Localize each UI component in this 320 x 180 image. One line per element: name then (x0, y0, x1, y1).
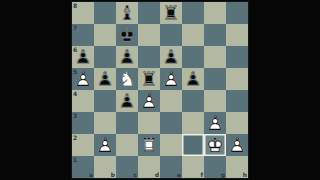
square-b7[interactable] (94, 24, 116, 46)
piece-white-pawn-e5[interactable]: ♟♙ (160, 68, 182, 90)
square-g8[interactable] (204, 2, 226, 24)
square-d1[interactable]: d (138, 156, 160, 178)
square-b3[interactable] (94, 112, 116, 134)
square-f7[interactable] (182, 24, 204, 46)
square-f5[interactable]: ♟♙ (182, 68, 204, 90)
piece-black-rook-e8[interactable]: ♜♖ (160, 2, 182, 24)
square-a3[interactable]: 3 (72, 112, 94, 134)
piece-black-pawn-f5[interactable]: ♟♙ (182, 68, 204, 90)
white-king-outline-icon: ♔ (204, 134, 226, 156)
square-b6[interactable] (94, 46, 116, 68)
piece-black-rook-d5[interactable]: ♜♖ (138, 68, 160, 90)
square-g1[interactable]: g (204, 156, 226, 178)
square-h2[interactable]: ♟♙ (226, 134, 248, 156)
file-label-b: b (111, 171, 115, 178)
black-king-outline-icon: ♔ (116, 24, 138, 46)
square-d4[interactable]: ♟♙ (138, 90, 160, 112)
file-label-e: e (177, 171, 181, 178)
square-g5[interactable] (204, 68, 226, 90)
white-knight-outline-icon: ♘ (116, 68, 138, 90)
piece-white-pawn-a5[interactable]: ♟♙ (72, 68, 94, 90)
square-e2[interactable] (160, 134, 182, 156)
square-f8[interactable] (182, 2, 204, 24)
piece-black-pawn-b5[interactable]: ♟♙ (94, 68, 116, 90)
square-f3[interactable] (182, 112, 204, 134)
piece-white-pawn-d4[interactable]: ♟♙ (138, 90, 160, 112)
black-pawn-outline-icon: ♙ (160, 46, 182, 68)
square-f4[interactable] (182, 90, 204, 112)
square-d2[interactable]: ♜♖ (138, 134, 160, 156)
square-d3[interactable] (138, 112, 160, 134)
square-e4[interactable] (160, 90, 182, 112)
square-a6[interactable]: 6♟♙ (72, 46, 94, 68)
square-c5[interactable]: ♞♘ (116, 68, 138, 90)
piece-black-pawn-c4[interactable]: ♟♙ (116, 90, 138, 112)
square-h1[interactable]: h (226, 156, 248, 178)
white-pawn-outline-icon: ♙ (204, 112, 226, 134)
black-rook-outline-icon: ♖ (160, 2, 182, 24)
piece-white-king-g2[interactable]: ♚♔ (204, 134, 226, 156)
square-g6[interactable] (204, 46, 226, 68)
square-a7[interactable]: 7 (72, 24, 94, 46)
square-d7[interactable] (138, 24, 160, 46)
square-f2[interactable] (182, 134, 204, 156)
square-e7[interactable] (160, 24, 182, 46)
square-c7[interactable]: ♚♔ (116, 24, 138, 46)
square-d6[interactable] (138, 46, 160, 68)
file-label-d: d (155, 171, 159, 178)
piece-white-pawn-h2[interactable]: ♟♙ (226, 134, 248, 156)
black-bishop-outline-icon: ♗ (116, 2, 138, 24)
white-pawn-outline-icon: ♙ (94, 134, 116, 156)
rank-label-3: 3 (73, 112, 77, 119)
chess-board: 8♝♗♜♖7♚♔6♟♙♟♙♟♙5♟♙♟♙♞♘♜♖♟♙♟♙4♟♙♟♙3♟♙2♟♙♜… (71, 1, 249, 179)
square-f1[interactable]: f (182, 156, 204, 178)
square-c4[interactable]: ♟♙ (116, 90, 138, 112)
square-f6[interactable] (182, 46, 204, 68)
square-h7[interactable] (226, 24, 248, 46)
square-c3[interactable] (116, 112, 138, 134)
square-c6[interactable]: ♟♙ (116, 46, 138, 68)
square-g4[interactable] (204, 90, 226, 112)
piece-black-king-c7[interactable]: ♚♔ (116, 24, 138, 46)
file-label-g: g (221, 171, 225, 178)
square-e1[interactable]: e (160, 156, 182, 178)
square-b5[interactable]: ♟♙ (94, 68, 116, 90)
square-d8[interactable] (138, 2, 160, 24)
file-label-f: f (200, 171, 203, 178)
square-e6[interactable]: ♟♙ (160, 46, 182, 68)
file-label-c: c (133, 171, 137, 178)
white-rook-outline-icon: ♖ (138, 134, 160, 156)
piece-black-bishop-c8[interactable]: ♝♗ (116, 2, 138, 24)
file-label-a: a (89, 171, 93, 178)
square-a4[interactable]: 4 (72, 90, 94, 112)
piece-white-pawn-g3[interactable]: ♟♙ (204, 112, 226, 134)
square-h4[interactable] (226, 90, 248, 112)
piece-white-rook-d2[interactable]: ♜♖ (138, 134, 160, 156)
piece-black-pawn-c6[interactable]: ♟♙ (116, 46, 138, 68)
square-g2[interactable]: ♚♔ (204, 134, 226, 156)
rank-label-2: 2 (73, 134, 77, 141)
white-pawn-outline-icon: ♙ (138, 90, 160, 112)
square-e3[interactable] (160, 112, 182, 134)
rank-label-1: 1 (73, 156, 77, 163)
square-e8[interactable]: ♜♖ (160, 2, 182, 24)
square-d5[interactable]: ♜♖ (138, 68, 160, 90)
rank-label-7: 7 (73, 24, 77, 31)
black-pawn-outline-icon: ♙ (116, 46, 138, 68)
square-b1[interactable]: b (94, 156, 116, 178)
black-pawn-outline-icon: ♙ (94, 68, 116, 90)
square-c8[interactable]: ♝♗ (116, 2, 138, 24)
black-pawn-outline-icon: ♙ (72, 46, 94, 68)
square-c2[interactable] (116, 134, 138, 156)
white-pawn-outline-icon: ♙ (72, 68, 94, 90)
piece-black-pawn-e6[interactable]: ♟♙ (160, 46, 182, 68)
square-a8[interactable]: 8 (72, 2, 94, 24)
square-h3[interactable] (226, 112, 248, 134)
black-pawn-outline-icon: ♙ (116, 90, 138, 112)
black-rook-outline-icon: ♖ (138, 68, 160, 90)
rank-label-8: 8 (73, 2, 77, 9)
square-h8[interactable] (226, 2, 248, 24)
piece-black-pawn-a6[interactable]: ♟♙ (72, 46, 94, 68)
square-a2[interactable]: 2 (72, 134, 94, 156)
piece-white-pawn-b2[interactable]: ♟♙ (94, 134, 116, 156)
square-c1[interactable]: c (116, 156, 138, 178)
piece-white-knight-c5[interactable]: ♞♘ (116, 68, 138, 90)
square-b4[interactable] (94, 90, 116, 112)
square-a1[interactable]: 1a (72, 156, 94, 178)
letterboxed-background: 8♝♗♜♖7♚♔6♟♙♟♙♟♙5♟♙♟♙♞♘♜♖♟♙♟♙4♟♙♟♙3♟♙2♟♙♜… (0, 0, 320, 180)
square-b8[interactable] (94, 2, 116, 24)
black-pawn-outline-icon: ♙ (182, 68, 204, 90)
white-pawn-outline-icon: ♙ (226, 134, 248, 156)
white-pawn-outline-icon: ♙ (160, 68, 182, 90)
square-b2[interactable]: ♟♙ (94, 134, 116, 156)
square-h6[interactable] (226, 46, 248, 68)
square-g3[interactable]: ♟♙ (204, 112, 226, 134)
rank-label-4: 4 (73, 90, 77, 97)
square-e5[interactable]: ♟♙ (160, 68, 182, 90)
file-label-h: h (243, 171, 247, 178)
square-g7[interactable] (204, 24, 226, 46)
square-h5[interactable] (226, 68, 248, 90)
square-a5[interactable]: 5♟♙ (72, 68, 94, 90)
